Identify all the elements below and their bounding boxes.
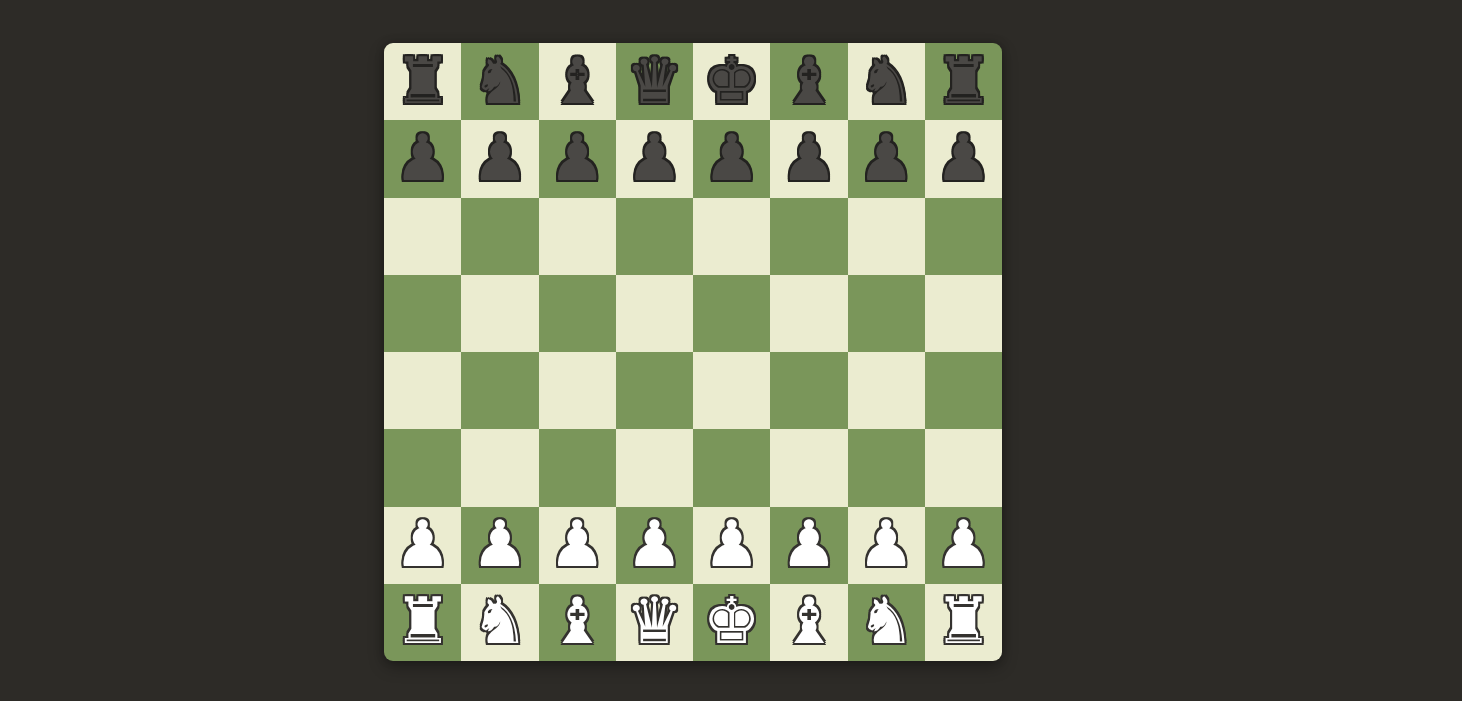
piece-white-king[interactable]: ♚ [703,589,760,653]
square-f5[interactable] [770,275,847,352]
piece-black-knight[interactable]: ♞ [857,49,914,113]
square-h1[interactable]: ♜ [925,584,1002,661]
square-e8[interactable]: ♚ [693,43,770,120]
square-g2[interactable]: ♟ [848,507,925,584]
piece-white-pawn[interactable]: ♟ [857,512,914,576]
square-h8[interactable]: ♜ [925,43,1002,120]
piece-white-pawn[interactable]: ♟ [471,512,528,576]
square-b5[interactable] [461,275,538,352]
square-c3[interactable] [539,429,616,506]
square-b2[interactable]: ♟ [461,507,538,584]
square-b4[interactable] [461,352,538,429]
square-g8[interactable]: ♞ [848,43,925,120]
piece-black-pawn[interactable]: ♟ [471,126,528,190]
square-c1[interactable]: ♝ [539,584,616,661]
square-f4[interactable] [770,352,847,429]
square-d2[interactable]: ♟ [616,507,693,584]
square-a6[interactable] [384,198,461,275]
piece-white-pawn[interactable]: ♟ [626,512,683,576]
square-c7[interactable]: ♟ [539,120,616,197]
piece-white-pawn[interactable]: ♟ [394,512,451,576]
piece-white-knight[interactable]: ♞ [857,589,914,653]
piece-black-pawn[interactable]: ♟ [626,126,683,190]
square-h3[interactable] [925,429,1002,506]
piece-black-pawn[interactable]: ♟ [935,126,992,190]
piece-black-pawn[interactable]: ♟ [394,126,451,190]
piece-black-pawn[interactable]: ♟ [857,126,914,190]
square-e6[interactable] [693,198,770,275]
piece-black-king[interactable]: ♚ [703,49,760,113]
piece-white-queen[interactable]: ♛ [626,589,683,653]
square-c6[interactable] [539,198,616,275]
piece-black-queen[interactable]: ♛ [626,49,683,113]
square-g6[interactable] [848,198,925,275]
piece-white-knight[interactable]: ♞ [471,589,528,653]
piece-white-bishop[interactable]: ♝ [548,589,605,653]
square-b6[interactable] [461,198,538,275]
square-d6[interactable] [616,198,693,275]
square-b8[interactable]: ♞ [461,43,538,120]
square-h5[interactable] [925,275,1002,352]
square-e1[interactable]: ♚ [693,584,770,661]
square-b3[interactable] [461,429,538,506]
square-g5[interactable] [848,275,925,352]
square-e2[interactable]: ♟ [693,507,770,584]
square-e7[interactable]: ♟ [693,120,770,197]
piece-black-bishop[interactable]: ♝ [780,49,837,113]
piece-white-pawn[interactable]: ♟ [548,512,605,576]
piece-black-knight[interactable]: ♞ [471,49,528,113]
piece-white-rook[interactable]: ♜ [935,589,992,653]
piece-black-bishop[interactable]: ♝ [548,49,605,113]
square-g7[interactable]: ♟ [848,120,925,197]
piece-black-pawn[interactable]: ♟ [780,126,837,190]
square-d3[interactable] [616,429,693,506]
piece-white-pawn[interactable]: ♟ [935,512,992,576]
square-f7[interactable]: ♟ [770,120,847,197]
square-f1[interactable]: ♝ [770,584,847,661]
square-d7[interactable]: ♟ [616,120,693,197]
piece-white-pawn[interactable]: ♟ [780,512,837,576]
square-a8[interactable]: ♜ [384,43,461,120]
piece-black-rook[interactable]: ♜ [394,49,451,113]
piece-white-rook[interactable]: ♜ [394,589,451,653]
piece-black-rook[interactable]: ♜ [935,49,992,113]
square-b1[interactable]: ♞ [461,584,538,661]
square-c8[interactable]: ♝ [539,43,616,120]
square-d5[interactable] [616,275,693,352]
square-a3[interactable] [384,429,461,506]
piece-black-pawn[interactable]: ♟ [703,126,760,190]
square-a2[interactable]: ♟ [384,507,461,584]
square-c2[interactable]: ♟ [539,507,616,584]
square-c5[interactable] [539,275,616,352]
square-f3[interactable] [770,429,847,506]
square-f8[interactable]: ♝ [770,43,847,120]
square-f2[interactable]: ♟ [770,507,847,584]
square-e3[interactable] [693,429,770,506]
square-e4[interactable] [693,352,770,429]
square-h7[interactable]: ♟ [925,120,1002,197]
piece-black-pawn[interactable]: ♟ [548,126,605,190]
square-d4[interactable] [616,352,693,429]
square-e5[interactable] [693,275,770,352]
square-h4[interactable] [925,352,1002,429]
square-d8[interactable]: ♛ [616,43,693,120]
square-a4[interactable] [384,352,461,429]
square-g3[interactable] [848,429,925,506]
square-c4[interactable] [539,352,616,429]
square-g4[interactable] [848,352,925,429]
square-d1[interactable]: ♛ [616,584,693,661]
square-f6[interactable] [770,198,847,275]
square-g1[interactable]: ♞ [848,584,925,661]
piece-white-bishop[interactable]: ♝ [780,589,837,653]
square-b7[interactable]: ♟ [461,120,538,197]
square-a1[interactable]: ♜ [384,584,461,661]
square-h2[interactable]: ♟ [925,507,1002,584]
square-a7[interactable]: ♟ [384,120,461,197]
chess-board: ♜♞♝♛♚♝♞♜♟♟♟♟♟♟♟♟♟♟♟♟♟♟♟♟♜♞♝♛♚♝♞♜ [384,43,1002,661]
square-a5[interactable] [384,275,461,352]
square-h6[interactable] [925,198,1002,275]
piece-white-pawn[interactable]: ♟ [703,512,760,576]
